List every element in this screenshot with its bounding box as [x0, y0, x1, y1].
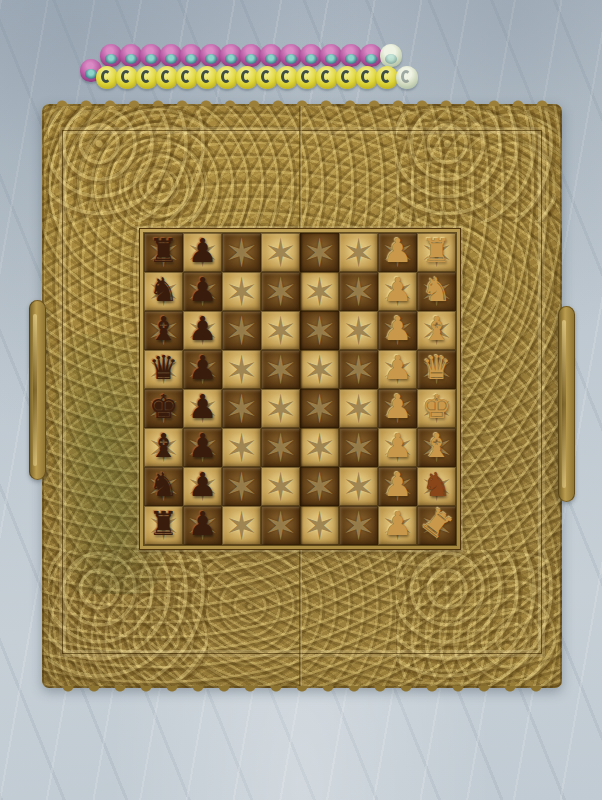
square-r5c2[interactable]: ✶♟ — [183, 389, 222, 428]
dark-pawn[interactable]: ♟ — [188, 312, 218, 345]
carved-star-icon: ✶ — [300, 428, 339, 467]
yellow-piece[interactable] — [336, 66, 358, 89]
pink-piece[interactable] — [180, 44, 202, 67]
carved-star-icon: ✶ — [222, 389, 261, 428]
carved-corner-top-right — [396, 110, 556, 222]
pink-piece[interactable] — [140, 44, 162, 67]
carved-star-icon: ✶ — [339, 389, 378, 428]
light-pawn[interactable]: ♟ — [383, 390, 413, 423]
pink-piece[interactable] — [380, 44, 402, 67]
square-r3c1[interactable]: ✶♝ — [144, 311, 183, 350]
carved-star-icon: ✶ — [222, 350, 261, 389]
light-bishop[interactable]: ♝ — [422, 429, 452, 462]
yellow-piece[interactable] — [256, 66, 278, 89]
square-r3c5[interactable]: ✶ — [300, 311, 339, 350]
carved-star-icon: ✶ — [261, 233, 300, 272]
square-r2c8[interactable]: ✶♞ — [417, 272, 456, 311]
square-r4c8[interactable]: ✶♛ — [417, 350, 456, 389]
yellow-piece[interactable] — [356, 66, 378, 89]
square-r4c2[interactable]: ✶♟ — [183, 350, 222, 389]
square-r3c4[interactable]: ✶ — [261, 311, 300, 350]
carved-star-icon: ✶ — [339, 506, 378, 545]
carved-star-icon: ✶ — [222, 506, 261, 545]
photo-scene: ✶♜✶♟✶✶✶✶✶♟✶♜✶♞✶♟✶✶✶✶✶♟✶♞✶♝✶♟✶✶✶✶✶♟✶♝✶♛✶♟… — [0, 0, 602, 800]
square-r3c6[interactable]: ✶ — [339, 311, 378, 350]
square-r8c3[interactable]: ✶ — [222, 506, 261, 545]
light-pawn[interactable]: ♟ — [383, 273, 413, 306]
square-r4c5[interactable]: ✶ — [300, 350, 339, 389]
yellow-piece[interactable] — [196, 66, 218, 89]
carved-star-icon: ✶ — [339, 272, 378, 311]
yellow-piece[interactable] — [396, 66, 418, 89]
carved-corner-bottom-right — [396, 550, 556, 680]
square-r2c5[interactable]: ✶ — [300, 272, 339, 311]
light-pawn[interactable]: ♟ — [383, 351, 413, 384]
yellow-piece[interactable] — [176, 66, 198, 89]
square-r4c7[interactable]: ✶♟ — [378, 350, 417, 389]
yellow-piece[interactable] — [376, 66, 398, 89]
square-r7c2[interactable]: ✶♟ — [183, 467, 222, 506]
square-r7c6[interactable]: ✶ — [339, 467, 378, 506]
square-r8c2[interactable]: ✶♟ — [183, 506, 222, 545]
dark-bishop[interactable]: ♝ — [149, 429, 179, 462]
pink-piece[interactable] — [220, 44, 242, 67]
square-r3c7[interactable]: ✶♟ — [378, 311, 417, 350]
carved-star-icon: ✶ — [339, 233, 378, 272]
light-pawn[interactable]: ♟ — [383, 312, 413, 345]
carved-star-icon: ✶ — [300, 506, 339, 545]
square-r2c3[interactable]: ✶ — [222, 272, 261, 311]
carved-star-icon: ✶ — [261, 389, 300, 428]
carved-star-icon: ✶ — [300, 272, 339, 311]
yellow-piece[interactable] — [116, 66, 138, 89]
dark-rook[interactable]: ♜ — [149, 234, 179, 267]
square-r4c6[interactable]: ✶ — [339, 350, 378, 389]
square-r7c5[interactable]: ✶ — [300, 467, 339, 506]
dark-knight[interactable]: ♞ — [149, 273, 179, 306]
dark-rook[interactable]: ♜ — [149, 507, 179, 540]
left-carry-handle — [29, 300, 46, 480]
square-r8c7[interactable]: ✶♟ — [378, 506, 417, 545]
scalloped-bottom-edge — [52, 686, 552, 696]
square-r1c2[interactable]: ✶♟ — [183, 233, 222, 272]
pink-piece[interactable] — [200, 44, 222, 67]
square-r8c4[interactable]: ✶ — [261, 506, 300, 545]
carved-star-icon: ✶ — [261, 428, 300, 467]
square-r1c4[interactable]: ✶ — [261, 233, 300, 272]
light-pawn[interactable]: ♟ — [383, 234, 413, 267]
scalloped-top-edge — [52, 96, 552, 106]
carved-corner-bottom-left — [48, 550, 208, 680]
carved-chess-board: ✶♜✶♟✶✶✶✶✶♟✶♜✶♞✶♟✶✶✶✶✶♟✶♞✶♝✶♟✶✶✶✶✶♟✶♝✶♛✶♟… — [42, 104, 562, 688]
square-r4c3[interactable]: ✶ — [222, 350, 261, 389]
carved-star-icon: ✶ — [339, 428, 378, 467]
square-r6c3[interactable]: ✶ — [222, 428, 261, 467]
square-r6c5[interactable]: ✶ — [300, 428, 339, 467]
square-r1c1[interactable]: ✶♜ — [144, 233, 183, 272]
light-queen[interactable]: ♛ — [422, 351, 452, 384]
yellow-piece[interactable] — [96, 66, 118, 89]
light-rook[interactable]: ♜ — [422, 234, 452, 267]
pink-piece[interactable] — [360, 44, 382, 67]
carved-star-icon: ✶ — [222, 233, 261, 272]
square-r2c4[interactable]: ✶ — [261, 272, 300, 311]
carved-star-icon: ✶ — [300, 311, 339, 350]
pink-piece[interactable] — [340, 44, 362, 67]
dark-pawn[interactable]: ♟ — [188, 468, 218, 501]
square-r7c3[interactable]: ✶ — [222, 467, 261, 506]
square-r1c6[interactable]: ✶ — [339, 233, 378, 272]
square-r6c1[interactable]: ✶♝ — [144, 428, 183, 467]
square-r6c6[interactable]: ✶ — [339, 428, 378, 467]
square-r8c5[interactable]: ✶ — [300, 506, 339, 545]
square-r5c5[interactable]: ✶ — [300, 389, 339, 428]
yellow-piece[interactable] — [136, 66, 158, 89]
pink-piece-row — [80, 44, 400, 67]
dark-pawn[interactable]: ♟ — [188, 429, 218, 462]
dark-pawn[interactable]: ♟ — [188, 390, 218, 423]
carved-star-icon: ✶ — [222, 467, 261, 506]
playing-surface-frame: ✶♜✶♟✶✶✶✶✶♟✶♜✶♞✶♟✶✶✶✶✶♟✶♞✶♝✶♟✶✶✶✶✶♟✶♝✶♛✶♟… — [139, 228, 461, 550]
pink-piece[interactable] — [320, 44, 342, 67]
pink-piece[interactable] — [240, 44, 262, 67]
yellow-piece[interactable] — [236, 66, 258, 89]
carved-corner-top-left — [48, 110, 208, 222]
carved-star-icon: ✶ — [339, 467, 378, 506]
square-r4c4[interactable]: ✶ — [261, 350, 300, 389]
square-r3c8[interactable]: ✶♝ — [417, 311, 456, 350]
pink-piece[interactable] — [280, 44, 302, 67]
carved-star-icon: ✶ — [261, 272, 300, 311]
square-r2c1[interactable]: ✶♞ — [144, 272, 183, 311]
light-king[interactable]: ♚ — [422, 390, 452, 423]
square-r6c2[interactable]: ✶♟ — [183, 428, 222, 467]
carved-star-icon: ✶ — [261, 506, 300, 545]
light-pawn[interactable]: ♟ — [383, 429, 413, 462]
pink-piece[interactable] — [120, 44, 142, 67]
square-r5c7[interactable]: ✶♟ — [378, 389, 417, 428]
square-r5c1[interactable]: ✶♚ — [144, 389, 183, 428]
square-r7c4[interactable]: ✶ — [261, 467, 300, 506]
right-carry-handle — [558, 306, 575, 502]
carved-star-icon: ✶ — [300, 467, 339, 506]
square-r1c3[interactable]: ✶ — [222, 233, 261, 272]
square-r2c6[interactable]: ✶ — [339, 272, 378, 311]
square-r8c8[interactable]: ✶♜ — [417, 506, 456, 545]
square-r1c8[interactable]: ✶♜ — [417, 233, 456, 272]
dark-knight[interactable]: ♞ — [149, 468, 179, 501]
dark-queen[interactable]: ♛ — [149, 351, 179, 384]
dark-pawn[interactable]: ♟ — [188, 273, 218, 306]
square-r2c7[interactable]: ✶♟ — [378, 272, 417, 311]
pink-piece[interactable] — [100, 44, 122, 67]
carved-star-icon: ✶ — [261, 311, 300, 350]
yellow-piece[interactable] — [156, 66, 178, 89]
square-r6c8[interactable]: ✶♝ — [417, 428, 456, 467]
carved-star-icon: ✶ — [261, 467, 300, 506]
yellow-piece[interactable] — [216, 66, 238, 89]
light-knight[interactable]: ♞ — [422, 468, 452, 501]
square-r7c7[interactable]: ✶♟ — [378, 467, 417, 506]
yellow-piece[interactable] — [296, 66, 318, 89]
square-r8c1[interactable]: ✶♜ — [144, 506, 183, 545]
light-pawn[interactable]: ♟ — [383, 468, 413, 501]
light-pawn[interactable]: ♟ — [383, 507, 413, 540]
chess-grid: ✶♜✶♟✶✶✶✶✶♟✶♜✶♞✶♟✶✶✶✶✶♟✶♞✶♝✶♟✶✶✶✶✶♟✶♝✶♛✶♟… — [143, 232, 457, 546]
carved-star-icon: ✶ — [261, 350, 300, 389]
yellow-piece[interactable] — [316, 66, 338, 89]
square-r1c5[interactable]: ✶ — [300, 233, 339, 272]
square-r3c3[interactable]: ✶ — [222, 311, 261, 350]
carved-star-icon: ✶ — [222, 272, 261, 311]
pink-piece[interactable] — [160, 44, 182, 67]
square-r5c6[interactable]: ✶ — [339, 389, 378, 428]
yellow-piece-row — [96, 66, 416, 89]
light-bishop[interactable]: ♝ — [422, 312, 452, 345]
square-r5c8[interactable]: ✶♚ — [417, 389, 456, 428]
dark-pawn[interactable]: ♟ — [188, 234, 218, 267]
carved-star-icon: ✶ — [339, 311, 378, 350]
square-r1c7[interactable]: ✶♟ — [378, 233, 417, 272]
dark-bishop[interactable]: ♝ — [149, 312, 179, 345]
carved-star-icon: ✶ — [300, 233, 339, 272]
carved-star-icon: ✶ — [222, 428, 261, 467]
square-r5c4[interactable]: ✶ — [261, 389, 300, 428]
square-r6c7[interactable]: ✶♟ — [378, 428, 417, 467]
pink-piece[interactable] — [260, 44, 282, 67]
carved-star-icon: ✶ — [300, 389, 339, 428]
carved-star-icon: ✶ — [222, 311, 261, 350]
square-r7c1[interactable]: ✶♞ — [144, 467, 183, 506]
square-r4c1[interactable]: ✶♛ — [144, 350, 183, 389]
square-r8c6[interactable]: ✶ — [339, 506, 378, 545]
square-r2c2[interactable]: ✶♟ — [183, 272, 222, 311]
pink-piece[interactable] — [300, 44, 322, 67]
yellow-piece[interactable] — [276, 66, 298, 89]
dark-pawn[interactable]: ♟ — [188, 507, 218, 540]
square-r6c4[interactable]: ✶ — [261, 428, 300, 467]
carved-star-icon: ✶ — [300, 350, 339, 389]
light-rook[interactable]: ♜ — [415, 501, 459, 545]
carved-star-icon: ✶ — [339, 350, 378, 389]
light-knight[interactable]: ♞ — [422, 273, 452, 306]
square-r3c2[interactable]: ✶♟ — [183, 311, 222, 350]
dark-pawn[interactable]: ♟ — [188, 351, 218, 384]
dark-king[interactable]: ♚ — [149, 390, 179, 423]
square-r5c3[interactable]: ✶ — [222, 389, 261, 428]
